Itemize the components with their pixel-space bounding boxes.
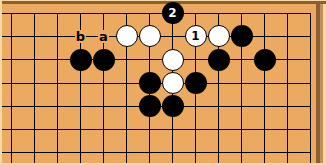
white-stone: [208, 25, 230, 47]
go-board-diagram: 21ba: [0, 0, 326, 165]
point-label-b: b: [75, 30, 86, 43]
black-stone: [254, 49, 276, 71]
black-stone: [231, 25, 253, 47]
white-stone: [162, 72, 184, 94]
white-stone-1: 1: [185, 25, 207, 47]
black-stone: [93, 49, 115, 71]
go-board-grid: 21ba: [0, 2, 322, 164]
point-label-a: a: [98, 30, 109, 43]
black-stone-2: 2: [162, 2, 184, 24]
white-stone: [139, 25, 161, 47]
white-stone: [116, 25, 138, 47]
black-stone: [139, 95, 161, 117]
white-stone: [162, 49, 184, 71]
black-stone: [162, 95, 184, 117]
black-stone: [139, 72, 161, 94]
black-stone: [70, 49, 92, 71]
black-stone: [185, 72, 207, 94]
black-stone: [208, 49, 230, 71]
